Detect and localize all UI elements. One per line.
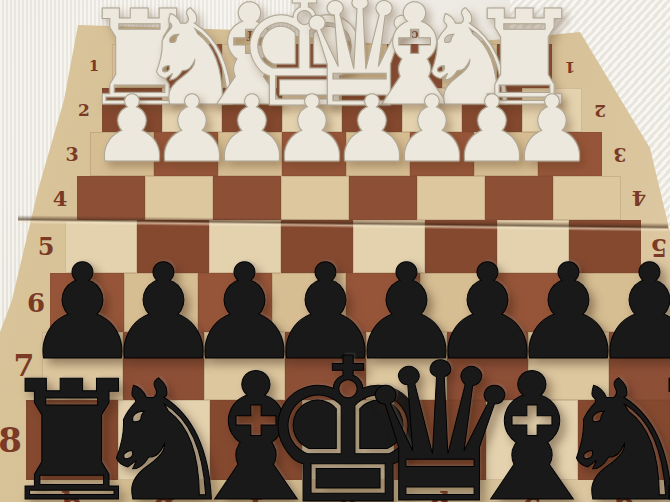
rank-label-right-4: 4 [632, 188, 647, 209]
photo-frame: 1122334455667788hhggffeeddccbbaa ♜♞♝♚♛♝♞… [0, 0, 670, 502]
piece-white-P-a2: ♟ [511, 84, 593, 176]
piece-black-R-a8: ♜ [642, 359, 670, 502]
rank-label-left-4: 4 [53, 188, 68, 209]
rank-label-left-3: 3 [65, 145, 78, 164]
rank-label-right-2: 2 [594, 102, 606, 119]
rank-label-right-3: 3 [613, 145, 626, 164]
